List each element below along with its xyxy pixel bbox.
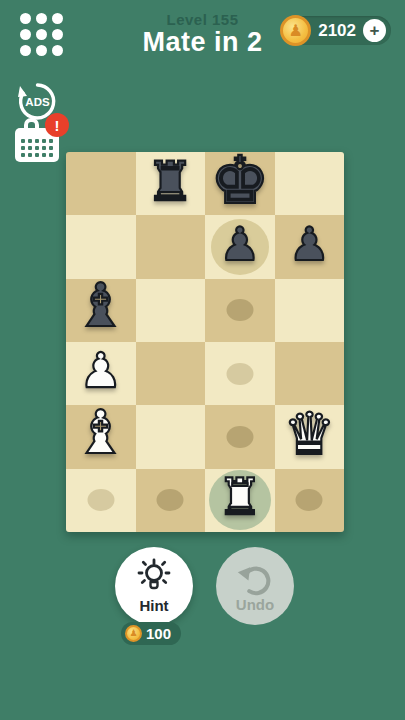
- piece-white-queen-d2[interactable]: ♛: [283, 405, 335, 463]
- coin-icon: ♟: [280, 15, 311, 46]
- legal-move-dot-c3[interactable]: [226, 363, 253, 385]
- hint-button[interactable]: Hint: [115, 547, 193, 625]
- piece-black-pawn-c5[interactable]: ♟: [219, 221, 260, 267]
- chess-board: ♜♚♟♟♝♟♝♛♜: [66, 152, 344, 532]
- add-coins-button[interactable]: +: [363, 19, 386, 42]
- legal-move-dot-c4[interactable]: [226, 299, 253, 321]
- legal-move-dot-a1[interactable]: [87, 489, 114, 511]
- hint-cost-pill: ♟ 100: [121, 622, 181, 645]
- undo-button[interactable]: Undo: [216, 547, 294, 625]
- undo-arrow-icon: [235, 560, 275, 596]
- legal-move-dot-b1[interactable]: [157, 489, 184, 511]
- coin-balance: 2102: [318, 21, 356, 41]
- hint-cost: 100: [146, 625, 171, 642]
- piece-black-rook-b6[interactable]: ♜: [146, 153, 194, 207]
- ads-icon-label: ADS: [25, 96, 50, 108]
- app-screen: Level 155 Mate in 2 ♟ 2102 + ADS ! ♜♚♟♟♝…: [0, 0, 405, 720]
- legal-move-dot-d1[interactable]: [296, 489, 323, 511]
- piece-black-bishop-a4[interactable]: ♝: [74, 277, 128, 337]
- coin-balance-pill: ♟ 2102 +: [284, 16, 391, 45]
- undo-label: Undo: [236, 596, 274, 613]
- coin-icon: ♟: [125, 625, 142, 642]
- legal-move-dot-c2[interactable]: [226, 426, 253, 448]
- hint-label: Hint: [139, 597, 168, 614]
- calendar-button[interactable]: !: [15, 116, 65, 168]
- piece-white-pawn-a3[interactable]: ♟: [79, 347, 122, 395]
- piece-black-pawn-d5[interactable]: ♟: [289, 221, 330, 267]
- piece-white-bishop-a2[interactable]: ♝: [74, 403, 128, 463]
- lightbulb-icon: [135, 558, 173, 596]
- piece-black-king-c6[interactable]: ♚: [210, 147, 269, 213]
- piece-white-rook-c1[interactable]: ♜: [217, 472, 262, 522]
- alert-badge: !: [45, 113, 69, 137]
